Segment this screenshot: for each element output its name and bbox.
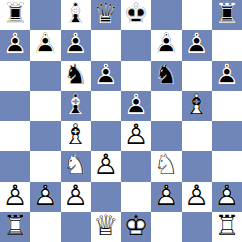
piece-white-knight[interactable]: ♞♘	[61, 151, 91, 181]
piece-white-pawn[interactable]: ♟♙	[151, 182, 181, 212]
piece-black-pawn[interactable]: ♟♙	[91, 61, 121, 91]
square-b2[interactable]: ♟♙	[30, 182, 60, 212]
square-b7[interactable]: ♟♙	[30, 30, 60, 60]
black-rook-outline: ♖	[214, 1, 239, 29]
square-f3[interactable]: ♞♘	[151, 151, 181, 181]
white-bishop-outline: ♗	[63, 122, 88, 150]
piece-white-queen[interactable]: ♛♕	[91, 212, 121, 242]
square-e5[interactable]: ♟♙	[121, 91, 151, 121]
black-pawn-outline: ♙	[93, 61, 118, 89]
square-f7[interactable]: ♟♙	[151, 30, 181, 60]
black-queen-outline: ♕	[93, 1, 118, 29]
white-pawn-outline: ♙	[154, 182, 179, 210]
square-h4[interactable]	[212, 121, 242, 151]
square-g2[interactable]: ♟♙	[182, 182, 212, 212]
piece-black-bishop[interactable]: ♝♗	[61, 91, 91, 121]
square-d3[interactable]: ♟♙	[91, 151, 121, 181]
square-d7[interactable]	[91, 30, 121, 60]
black-pawn-outline: ♙	[124, 91, 149, 119]
square-c4[interactable]: ♝♗	[61, 121, 91, 151]
piece-black-pawn[interactable]: ♟♙	[182, 30, 212, 60]
square-a5[interactable]	[0, 91, 30, 121]
black-rook-outline: ♖	[3, 1, 28, 29]
square-f6[interactable]: ♞♘	[151, 61, 181, 91]
square-d5[interactable]	[91, 91, 121, 121]
square-e1[interactable]: ♚♔	[121, 212, 151, 242]
white-bishop-outline: ♗	[184, 91, 209, 119]
square-e3[interactable]	[121, 151, 151, 181]
square-e7[interactable]	[121, 30, 151, 60]
square-g8[interactable]	[182, 0, 212, 30]
piece-white-knight[interactable]: ♞♘	[151, 151, 181, 181]
piece-black-pawn[interactable]: ♟♙	[0, 30, 30, 60]
piece-white-rook[interactable]: ♜♖	[212, 212, 242, 242]
piece-black-king[interactable]: ♚♔	[121, 0, 151, 30]
white-king-outline: ♔	[124, 212, 149, 240]
square-b3[interactable]	[30, 151, 60, 181]
white-pawn-outline: ♙	[124, 122, 149, 150]
black-bishop-outline: ♗	[63, 91, 88, 119]
square-h2[interactable]: ♟♙	[212, 182, 242, 212]
square-g6[interactable]	[182, 61, 212, 91]
piece-black-rook[interactable]: ♜♖	[0, 0, 30, 30]
piece-black-pawn[interactable]: ♟♙	[151, 30, 181, 60]
white-rook-outline: ♖	[3, 212, 28, 240]
square-f1[interactable]	[151, 212, 181, 242]
square-f4[interactable]	[151, 121, 181, 151]
piece-black-queen[interactable]: ♛♕	[91, 0, 121, 30]
square-g3[interactable]	[182, 151, 212, 181]
piece-black-rook[interactable]: ♜♖	[212, 0, 242, 30]
square-f5[interactable]	[151, 91, 181, 121]
square-d6[interactable]: ♟♙	[91, 61, 121, 91]
white-knight-outline: ♘	[154, 152, 179, 180]
white-queen-outline: ♕	[93, 212, 118, 240]
square-f8[interactable]	[151, 0, 181, 30]
black-knight-outline: ♘	[154, 61, 179, 89]
square-c7[interactable]: ♟♙	[61, 30, 91, 60]
square-d4[interactable]	[91, 121, 121, 151]
piece-white-pawn[interactable]: ♟♙	[121, 121, 151, 151]
piece-white-rook[interactable]: ♜♖	[0, 212, 30, 242]
square-a2[interactable]: ♟♙	[0, 182, 30, 212]
square-e4[interactable]: ♟♙	[121, 121, 151, 151]
square-e6[interactable]	[121, 61, 151, 91]
square-h8[interactable]: ♜♖	[212, 0, 242, 30]
square-a3[interactable]	[0, 151, 30, 181]
piece-white-bishop[interactable]: ♝♗	[182, 91, 212, 121]
piece-white-pawn[interactable]: ♟♙	[212, 182, 242, 212]
square-d8[interactable]: ♛♕	[91, 0, 121, 30]
square-d1[interactable]: ♛♕	[91, 212, 121, 242]
white-pawn-outline: ♙	[214, 182, 239, 210]
square-a6[interactable]	[0, 61, 30, 91]
square-g5[interactable]: ♝♗	[182, 91, 212, 121]
square-e8[interactable]: ♚♔	[121, 0, 151, 30]
square-b8[interactable]	[30, 0, 60, 30]
black-pawn-outline: ♙	[154, 31, 179, 59]
black-pawn-outline: ♙	[214, 61, 239, 89]
white-knight-outline: ♘	[63, 152, 88, 180]
piece-black-knight[interactable]: ♞♘	[151, 61, 181, 91]
square-g1[interactable]	[182, 212, 212, 242]
square-a8[interactable]: ♜♖	[0, 0, 30, 30]
piece-white-pawn[interactable]: ♟♙	[0, 182, 30, 212]
square-d2[interactable]	[91, 182, 121, 212]
white-pawn-outline: ♙	[33, 182, 58, 210]
square-b5[interactable]	[30, 91, 60, 121]
white-rook-outline: ♖	[214, 212, 239, 240]
square-g4[interactable]	[182, 121, 212, 151]
square-b6[interactable]	[30, 61, 60, 91]
black-king-outline: ♔	[124, 1, 149, 29]
piece-black-pawn[interactable]: ♟♙	[61, 30, 91, 60]
square-c2[interactable]: ♟♙	[61, 182, 91, 212]
piece-black-pawn[interactable]: ♟♙	[121, 91, 151, 121]
square-c3[interactable]: ♞♘	[61, 151, 91, 181]
piece-white-king[interactable]: ♚♔	[121, 212, 151, 242]
square-a1[interactable]: ♜♖	[0, 212, 30, 242]
piece-black-knight[interactable]: ♞♘	[61, 61, 91, 91]
piece-black-pawn[interactable]: ♟♙	[212, 61, 242, 91]
square-h6[interactable]: ♟♙	[212, 61, 242, 91]
piece-white-pawn[interactable]: ♟♙	[182, 182, 212, 212]
black-pawn-outline: ♙	[33, 31, 58, 59]
white-pawn-outline: ♙	[93, 152, 118, 180]
square-f2[interactable]: ♟♙	[151, 182, 181, 212]
white-pawn-outline: ♙	[3, 182, 28, 210]
square-h5[interactable]	[212, 91, 242, 121]
piece-white-pawn[interactable]: ♟♙	[91, 151, 121, 181]
square-c1[interactable]	[61, 212, 91, 242]
piece-black-bishop[interactable]: ♝♗	[61, 0, 91, 30]
square-h3[interactable]	[212, 151, 242, 181]
black-pawn-outline: ♙	[184, 31, 209, 59]
square-h7[interactable]	[212, 30, 242, 60]
white-pawn-outline: ♙	[184, 182, 209, 210]
square-c8[interactable]: ♝♗	[61, 0, 91, 30]
piece-white-pawn[interactable]: ♟♙	[61, 182, 91, 212]
square-b4[interactable]	[30, 121, 60, 151]
square-e2[interactable]	[121, 182, 151, 212]
square-h1[interactable]: ♜♖	[212, 212, 242, 242]
white-pawn-outline: ♙	[63, 182, 88, 210]
black-pawn-outline: ♙	[3, 31, 28, 59]
square-c6[interactable]: ♞♘	[61, 61, 91, 91]
black-pawn-outline: ♙	[63, 31, 88, 59]
piece-white-bishop[interactable]: ♝♗	[61, 121, 91, 151]
square-g7[interactable]: ♟♙	[182, 30, 212, 60]
square-a4[interactable]	[0, 121, 30, 151]
square-b1[interactable]	[30, 212, 60, 242]
chessboard: ♜♖♝♗♛♕♚♔♜♖♟♙♟♙♟♙♟♙♟♙♞♘♟♙♞♘♟♙♝♗♟♙♝♗♝♗♟♙♞♘…	[0, 0, 242, 242]
piece-white-pawn[interactable]: ♟♙	[30, 182, 60, 212]
black-bishop-outline: ♗	[63, 1, 88, 29]
piece-black-pawn[interactable]: ♟♙	[30, 30, 60, 60]
square-c5[interactable]: ♝♗	[61, 91, 91, 121]
black-knight-outline: ♘	[63, 61, 88, 89]
square-a7[interactable]: ♟♙	[0, 30, 30, 60]
